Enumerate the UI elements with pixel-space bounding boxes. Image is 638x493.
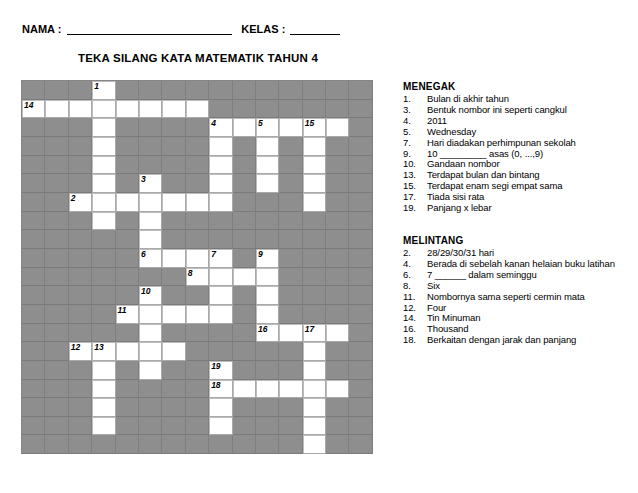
block-cell-r3c2 (69, 137, 92, 156)
open-cell-r10c8[interactable] (209, 268, 232, 287)
block-cell-r9c14 (349, 249, 372, 268)
open-cell-r7c3[interactable] (92, 212, 115, 231)
block-cell-r1c10 (256, 100, 279, 119)
open-cell-r16c12[interactable] (303, 380, 326, 399)
block-cell-r18c11 (279, 417, 302, 436)
block-cell-r9c11 (279, 249, 302, 268)
block-cell-r4c11 (279, 156, 302, 175)
block-cell-r14c11 (279, 342, 302, 361)
block-cell-r19c14 (349, 435, 372, 454)
block-cell-r4c2 (69, 156, 92, 175)
block-cell-r5c7 (186, 174, 209, 193)
block-cell-r6c11 (279, 193, 302, 212)
open-cell-r14c6[interactable] (162, 342, 185, 361)
open-cell-r17c3[interactable] (92, 398, 115, 417)
block-cell-r17c7 (186, 398, 209, 417)
block-cell-r5c9 (233, 174, 256, 193)
block-cell-r13c0 (22, 324, 45, 343)
block-cell-r7c14 (349, 212, 372, 231)
open-cell-r15c3[interactable] (92, 361, 115, 380)
block-cell-r13c8 (209, 324, 232, 343)
open-cell-r14c3[interactable]: 13 (92, 342, 115, 361)
block-cell-r8c9 (233, 230, 256, 249)
clue-item-18: 18.Berkaitan dengan jarak dan panjang (403, 335, 636, 346)
open-cell-r3c12[interactable] (303, 137, 326, 156)
block-cell-r17c0 (22, 398, 45, 417)
open-cell-r19c12[interactable] (303, 435, 326, 454)
block-cell-r0c4 (116, 81, 139, 100)
open-cell-r13c11[interactable] (279, 324, 302, 343)
clue-item-text: Hari diadakan perhimpunan sekolah (427, 138, 576, 149)
open-cell-r2c8[interactable]: 4 (209, 118, 232, 137)
block-cell-r11c6 (162, 286, 185, 305)
open-cell-r6c5[interactable] (139, 193, 162, 212)
block-cell-r8c14 (349, 230, 372, 249)
block-cell-r9c12 (303, 249, 326, 268)
clue-number-8: 8 (188, 268, 193, 278)
block-cell-r10c0 (22, 268, 45, 287)
clues-across-list: 2.28/29/30/31 hari4.Berada di sebelah ka… (403, 248, 636, 346)
block-cell-r18c13 (326, 417, 349, 436)
block-cell-r6c13 (326, 193, 349, 212)
block-cell-r0c7 (186, 81, 209, 100)
open-cell-r8c5[interactable] (139, 230, 162, 249)
block-cell-r18c7 (186, 417, 209, 436)
block-cell-r7c11 (279, 212, 302, 231)
open-cell-r9c7[interactable] (186, 249, 209, 268)
block-cell-r4c4 (116, 156, 139, 175)
open-cell-r6c4[interactable] (116, 193, 139, 212)
block-cell-r18c4 (116, 417, 139, 436)
open-cell-r6c2[interactable]: 2 (69, 193, 92, 212)
block-cell-r13c1 (45, 324, 68, 343)
block-cell-r16c14 (349, 380, 372, 399)
open-cell-r12c8[interactable] (209, 305, 232, 324)
open-cell-r10c9[interactable] (233, 268, 256, 287)
block-cell-r3c11 (279, 137, 302, 156)
open-cell-r13c5[interactable] (139, 324, 162, 343)
clue-number-1: 1 (94, 81, 99, 91)
block-cell-r5c0 (22, 174, 45, 193)
block-cell-r10c11 (279, 268, 302, 287)
kelas-field[interactable] (290, 23, 340, 35)
clue-item-11: 11.Nombornya sama seperti cermin mata (403, 292, 636, 303)
block-cell-r14c14 (349, 342, 372, 361)
block-cell-r11c12 (303, 286, 326, 305)
open-cell-r16c10[interactable] (256, 380, 279, 399)
open-cell-r6c8[interactable] (209, 193, 232, 212)
block-cell-r6c0 (22, 193, 45, 212)
open-cell-r4c10[interactable] (256, 156, 279, 175)
block-cell-r11c7 (186, 286, 209, 305)
open-cell-r13c13[interactable] (326, 324, 349, 343)
block-cell-r12c1 (45, 305, 68, 324)
block-cell-r0c5 (139, 81, 162, 100)
block-cell-r12c2 (69, 305, 92, 324)
block-cell-r2c6 (162, 118, 185, 137)
open-cell-r3c8[interactable] (209, 137, 232, 156)
block-cell-r12c0 (22, 305, 45, 324)
block-cell-r8c8 (209, 230, 232, 249)
clue-item-number: 5. (403, 127, 427, 138)
block-cell-r9c0 (22, 249, 45, 268)
block-cell-r3c9 (233, 137, 256, 156)
block-cell-r7c9 (233, 212, 256, 231)
open-cell-r14c2[interactable]: 12 (69, 342, 92, 361)
open-cell-r15c8[interactable]: 19 (209, 361, 232, 380)
block-cell-r8c7 (186, 230, 209, 249)
block-cell-r15c7 (186, 361, 209, 380)
block-cell-r18c14 (349, 417, 372, 436)
block-cell-r0c0 (22, 81, 45, 100)
open-cell-r16c11[interactable] (279, 380, 302, 399)
clues-across-section: MELINTANG 2.28/29/30/31 hari4.Berada di … (403, 235, 636, 346)
block-cell-r1c13 (326, 100, 349, 119)
block-cell-r16c5 (139, 380, 162, 399)
open-cell-r6c12[interactable] (303, 193, 326, 212)
open-cell-r1c1[interactable] (45, 100, 68, 119)
block-cell-r15c2 (69, 361, 92, 380)
open-cell-r15c5[interactable] (139, 361, 162, 380)
block-cell-r0c9 (233, 81, 256, 100)
block-cell-r19c4 (116, 435, 139, 454)
block-cell-r15c1 (45, 361, 68, 380)
block-cell-r2c7 (186, 118, 209, 137)
open-cell-r3c10[interactable] (256, 137, 279, 156)
page-title: TEKA SILANG KATA MATEMATIK TAHUN 4 (78, 52, 318, 64)
block-cell-r7c4 (116, 212, 139, 231)
block-cell-r16c2 (69, 380, 92, 399)
clue-number-13: 13 (94, 342, 103, 352)
clue-number-15: 15 (305, 118, 314, 128)
block-cell-r2c0 (22, 118, 45, 137)
block-cell-r12c11 (279, 305, 302, 324)
block-cell-r15c9 (233, 361, 256, 380)
open-cell-r17c8[interactable] (209, 398, 232, 417)
open-cell-r12c10[interactable] (256, 305, 279, 324)
block-cell-r9c4 (116, 249, 139, 268)
open-cell-r6c6[interactable] (162, 193, 185, 212)
clue-item-text: 7 ______ dalam seminggu (427, 270, 537, 281)
clue-item-text: Bentuk nombor ini seperti cangkul (427, 105, 567, 116)
block-cell-r7c12 (303, 212, 326, 231)
block-cell-r11c11 (279, 286, 302, 305)
block-cell-r10c2 (69, 268, 92, 287)
open-cell-r12c7[interactable] (186, 305, 209, 324)
clue-item-8: 8.Six (403, 281, 636, 292)
block-cell-r7c1 (45, 212, 68, 231)
block-cell-r17c13 (326, 398, 349, 417)
block-cell-r10c6 (162, 268, 185, 287)
block-cell-r8c11 (279, 230, 302, 249)
open-cell-r7c5[interactable] (139, 212, 162, 231)
block-cell-r19c13 (326, 435, 349, 454)
open-cell-r1c5[interactable] (139, 100, 162, 119)
block-cell-r9c1 (45, 249, 68, 268)
block-cell-r0c13 (326, 81, 349, 100)
clues-across-heading: MELINTANG (403, 235, 636, 246)
block-cell-r14c1 (45, 342, 68, 361)
open-cell-r4c12[interactable] (303, 156, 326, 175)
open-cell-r5c5[interactable]: 3 (139, 174, 162, 193)
block-cell-r19c9 (233, 435, 256, 454)
clue-number-4: 4 (211, 118, 216, 128)
block-cell-r16c0 (22, 380, 45, 399)
block-cell-r5c2 (69, 174, 92, 193)
block-cell-r18c6 (162, 417, 185, 436)
block-cell-r5c14 (349, 174, 372, 193)
clue-number-14: 14 (24, 100, 33, 110)
block-cell-r17c4 (116, 398, 139, 417)
open-cell-r2c12[interactable]: 15 (303, 118, 326, 137)
open-cell-r18c12[interactable] (303, 417, 326, 436)
clues-down-heading: MENEGAK (403, 81, 636, 92)
block-cell-r10c12 (303, 268, 326, 287)
clue-item-7: 7.Hari diadakan perhimpunan sekolah (403, 138, 636, 149)
open-cell-r5c3[interactable] (92, 174, 115, 193)
clue-number-6: 6 (141, 249, 146, 259)
clue-number-5: 5 (258, 118, 263, 128)
clues-down-section: MENEGAK 1.Bulan di akhir tahun3.Bentuk n… (403, 81, 636, 214)
open-cell-r14c12[interactable] (303, 342, 326, 361)
name-class-header: NAMA :KELAS : (22, 23, 340, 35)
block-cell-r5c11 (279, 174, 302, 193)
clue-item-19: 19.Panjang x lebar (403, 203, 636, 214)
worksheet-page: { "header": { "nama_label": "NAMA :", "k… (0, 0, 638, 493)
block-cell-r2c4 (116, 118, 139, 137)
block-cell-r15c10 (256, 361, 279, 380)
clue-item-text: Berkaitan dengan jarak dan panjang (427, 335, 576, 346)
block-cell-r4c1 (45, 156, 68, 175)
block-cell-r8c12 (303, 230, 326, 249)
block-cell-r0c2 (69, 81, 92, 100)
block-cell-r3c14 (349, 137, 372, 156)
block-cell-r14c7 (186, 342, 209, 361)
open-cell-r2c10[interactable]: 5 (256, 118, 279, 137)
open-cell-r1c4[interactable] (116, 100, 139, 119)
block-cell-r6c1 (45, 193, 68, 212)
block-cell-r7c2 (69, 212, 92, 231)
open-cell-r14c4[interactable] (116, 342, 139, 361)
block-cell-r13c2 (69, 324, 92, 343)
open-cell-r12c5[interactable] (139, 305, 162, 324)
open-cell-r1c0[interactable]: 14 (22, 100, 45, 119)
clue-item-number: 8. (403, 281, 427, 292)
block-cell-r19c8 (209, 435, 232, 454)
block-cell-r16c6 (162, 380, 185, 399)
open-cell-r9c10[interactable]: 9 (256, 249, 279, 268)
block-cell-r17c11 (279, 398, 302, 417)
block-cell-r9c9 (233, 249, 256, 268)
open-cell-r11c5[interactable]: 10 (139, 286, 162, 305)
block-cell-r11c2 (69, 286, 92, 305)
block-cell-r10c5 (139, 268, 162, 287)
block-cell-r14c10 (256, 342, 279, 361)
clue-item-number: 11. (403, 292, 427, 303)
open-cell-r16c3[interactable] (92, 380, 115, 399)
open-cell-r9c8[interactable]: 7 (209, 249, 232, 268)
block-cell-r3c4 (116, 137, 139, 156)
open-cell-r9c5[interactable]: 6 (139, 249, 162, 268)
clue-number-19: 19 (211, 361, 220, 371)
open-cell-r12c4[interactable]: 11 (116, 305, 139, 324)
block-cell-r7c0 (22, 212, 45, 231)
block-cell-r0c1 (45, 81, 68, 100)
block-cell-r2c1 (45, 118, 68, 137)
block-cell-r0c12 (303, 81, 326, 100)
nama-label: NAMA : (22, 23, 61, 35)
open-cell-r12c6[interactable] (162, 305, 185, 324)
block-cell-r15c14 (349, 361, 372, 380)
block-cell-r19c10 (256, 435, 279, 454)
open-cell-r17c12[interactable] (303, 398, 326, 417)
block-cell-r12c13 (326, 305, 349, 324)
open-cell-r1c3[interactable] (92, 100, 115, 119)
block-cell-r11c9 (233, 286, 256, 305)
block-cell-r8c2 (69, 230, 92, 249)
open-cell-r15c12[interactable] (303, 361, 326, 380)
block-cell-r16c4 (116, 380, 139, 399)
open-cell-r3c3[interactable] (92, 137, 115, 156)
open-cell-r6c3[interactable] (92, 193, 115, 212)
block-cell-r1c9 (233, 100, 256, 119)
clue-item-text: Wednesday (427, 127, 476, 138)
block-cell-r10c3 (92, 268, 115, 287)
open-cell-r18c8[interactable] (209, 417, 232, 436)
block-cell-r17c5 (139, 398, 162, 417)
block-cell-r18c1 (45, 417, 68, 436)
block-cell-r12c3 (92, 305, 115, 324)
block-cell-r12c9 (233, 305, 256, 324)
open-cell-r1c6[interactable] (162, 100, 185, 119)
block-cell-r17c2 (69, 398, 92, 417)
open-cell-r2c3[interactable] (92, 118, 115, 137)
block-cell-r4c0 (22, 156, 45, 175)
block-cell-r9c2 (69, 249, 92, 268)
block-cell-r1c11 (279, 100, 302, 119)
open-cell-r2c13[interactable] (326, 118, 349, 137)
open-cell-r9c6[interactable] (162, 249, 185, 268)
block-cell-r16c1 (45, 380, 68, 399)
block-cell-r5c1 (45, 174, 68, 193)
open-cell-r11c8[interactable] (209, 286, 232, 305)
block-cell-r15c13 (326, 361, 349, 380)
block-cell-r19c3 (92, 435, 115, 454)
block-cell-r9c3 (92, 249, 115, 268)
open-cell-r11c10[interactable] (256, 286, 279, 305)
open-cell-r2c11[interactable] (279, 118, 302, 137)
block-cell-r14c8 (209, 342, 232, 361)
block-cell-r11c13 (326, 286, 349, 305)
block-cell-r18c0 (22, 417, 45, 436)
open-cell-r1c7[interactable] (186, 100, 209, 119)
open-cell-r2c9[interactable] (233, 118, 256, 137)
open-cell-r10c7[interactable]: 8 (186, 268, 209, 287)
block-cell-r7c6 (162, 212, 185, 231)
block-cell-r10c4 (116, 268, 139, 287)
block-cell-r1c12 (303, 100, 326, 119)
open-cell-r5c10[interactable] (256, 174, 279, 193)
block-cell-r18c5 (139, 417, 162, 436)
open-cell-r16c13[interactable] (326, 380, 349, 399)
open-cell-r18c3[interactable] (92, 417, 115, 436)
block-cell-r0c14 (349, 81, 372, 100)
block-cell-r7c8 (209, 212, 232, 231)
block-cell-r0c10 (256, 81, 279, 100)
block-cell-r19c1 (45, 435, 68, 454)
block-cell-r3c0 (22, 137, 45, 156)
open-cell-r1c2[interactable] (69, 100, 92, 119)
block-cell-r3c6 (162, 137, 185, 156)
block-cell-r11c3 (92, 286, 115, 305)
block-cell-r6c10 (256, 193, 279, 212)
block-cell-r14c13 (326, 342, 349, 361)
block-cell-r0c6 (162, 81, 185, 100)
open-cell-r13c10[interactable]: 16 (256, 324, 279, 343)
block-cell-r7c7 (186, 212, 209, 231)
open-cell-r5c12[interactable] (303, 174, 326, 193)
clue-number-2: 2 (71, 193, 76, 203)
clue-item-text: Panjang x lebar (427, 203, 492, 214)
clue-number-12: 12 (71, 342, 80, 352)
block-cell-r18c10 (256, 417, 279, 436)
block-cell-r14c0 (22, 342, 45, 361)
open-cell-r16c9[interactable] (233, 380, 256, 399)
block-cell-r4c5 (139, 156, 162, 175)
block-cell-r13c4 (116, 324, 139, 343)
block-cell-r8c4 (116, 230, 139, 249)
open-cell-r4c8[interactable] (209, 156, 232, 175)
block-cell-r15c6 (162, 361, 185, 380)
block-cell-r4c14 (349, 156, 372, 175)
block-cell-r17c6 (162, 398, 185, 417)
open-cell-r5c8[interactable] (209, 174, 232, 193)
open-cell-r16c8[interactable]: 18 (209, 380, 232, 399)
open-cell-r6c7[interactable] (186, 193, 209, 212)
block-cell-r19c2 (69, 435, 92, 454)
open-cell-r0c3[interactable]: 1 (92, 81, 115, 100)
block-cell-r3c13 (326, 137, 349, 156)
block-cell-r13c9 (233, 324, 256, 343)
open-cell-r14c5[interactable] (139, 342, 162, 361)
block-cell-r15c0 (22, 361, 45, 380)
block-cell-r10c13 (326, 268, 349, 287)
block-cell-r17c14 (349, 398, 372, 417)
block-cell-r11c0 (22, 286, 45, 305)
block-cell-r8c13 (326, 230, 349, 249)
block-cell-r7c13 (326, 212, 349, 231)
nama-field[interactable] (67, 23, 232, 35)
clue-number-9: 9 (258, 249, 263, 259)
block-cell-r5c13 (326, 174, 349, 193)
block-cell-r6c9 (233, 193, 256, 212)
block-cell-r13c14 (349, 324, 372, 343)
block-cell-r15c4 (116, 361, 139, 380)
block-cell-r5c4 (116, 174, 139, 193)
clue-number-10: 10 (141, 286, 150, 296)
open-cell-r4c3[interactable] (92, 156, 115, 175)
block-cell-r7c10 (256, 212, 279, 231)
block-cell-r19c0 (22, 435, 45, 454)
block-cell-r13c7 (186, 324, 209, 343)
block-cell-r2c14 (349, 118, 372, 137)
block-cell-r9c13 (326, 249, 349, 268)
block-cell-r18c2 (69, 417, 92, 436)
block-cell-r5c6 (162, 174, 185, 193)
open-cell-r13c12[interactable]: 17 (303, 324, 326, 343)
open-cell-r10c10[interactable] (256, 268, 279, 287)
block-cell-r13c3 (92, 324, 115, 343)
